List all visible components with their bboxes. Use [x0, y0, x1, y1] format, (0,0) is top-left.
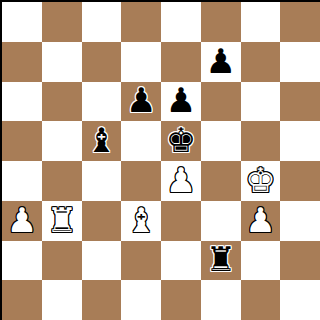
black-pawn-icon[interactable]: ♟: [205, 44, 235, 78]
square-b3[interactable]: ♜: [42, 201, 82, 241]
square-a3[interactable]: ♟: [2, 201, 42, 241]
square-h5[interactable]: [280, 121, 320, 161]
square-d4[interactable]: [121, 161, 161, 201]
square-c5[interactable]: ♝: [82, 121, 122, 161]
square-c2[interactable]: [82, 241, 122, 281]
square-b1[interactable]: [42, 280, 82, 320]
square-f4[interactable]: [201, 161, 241, 201]
square-d5[interactable]: [121, 121, 161, 161]
square-b6[interactable]: [42, 82, 82, 122]
chessboard-frame: ♟♟♟♝♚♟♚♟♜♝♟♜: [0, 0, 320, 320]
square-c8[interactable]: [82, 2, 122, 42]
square-c3[interactable]: [82, 201, 122, 241]
white-pawn-icon[interactable]: ♟: [166, 163, 196, 197]
black-pawn-icon[interactable]: ♟: [126, 83, 156, 117]
square-f2[interactable]: ♜: [201, 241, 241, 281]
square-c6[interactable]: [82, 82, 122, 122]
square-g1[interactable]: [241, 280, 281, 320]
square-d1[interactable]: [121, 280, 161, 320]
square-f6[interactable]: [201, 82, 241, 122]
square-a4[interactable]: [2, 161, 42, 201]
square-g6[interactable]: [241, 82, 281, 122]
square-g3[interactable]: ♟: [241, 201, 281, 241]
square-c7[interactable]: [82, 42, 122, 82]
square-d2[interactable]: [121, 241, 161, 281]
square-g5[interactable]: [241, 121, 281, 161]
black-king-icon[interactable]: ♚: [166, 123, 196, 157]
square-h7[interactable]: [280, 42, 320, 82]
square-b5[interactable]: [42, 121, 82, 161]
square-b4[interactable]: [42, 161, 82, 201]
chess-board: ♟♟♟♝♚♟♚♟♜♝♟♜: [0, 0, 320, 320]
square-f8[interactable]: [201, 2, 241, 42]
square-e4[interactable]: ♟: [161, 161, 201, 201]
square-e7[interactable]: [161, 42, 201, 82]
square-h6[interactable]: [280, 82, 320, 122]
square-a7[interactable]: [2, 42, 42, 82]
square-a6[interactable]: [2, 82, 42, 122]
square-e3[interactable]: [161, 201, 201, 241]
white-pawn-icon[interactable]: ♟: [245, 203, 275, 237]
square-d8[interactable]: [121, 2, 161, 42]
square-f1[interactable]: [201, 280, 241, 320]
square-h2[interactable]: [280, 241, 320, 281]
square-c4[interactable]: [82, 161, 122, 201]
square-f5[interactable]: [201, 121, 241, 161]
square-b8[interactable]: [42, 2, 82, 42]
square-g7[interactable]: [241, 42, 281, 82]
square-f7[interactable]: ♟: [201, 42, 241, 82]
square-h4[interactable]: [280, 161, 320, 201]
square-e5[interactable]: ♚: [161, 121, 201, 161]
white-rook-icon[interactable]: ♜: [46, 203, 76, 237]
square-d3[interactable]: ♝: [121, 201, 161, 241]
square-f3[interactable]: [201, 201, 241, 241]
square-g8[interactable]: [241, 2, 281, 42]
white-king-icon[interactable]: ♚: [245, 163, 275, 197]
square-b7[interactable]: [42, 42, 82, 82]
black-pawn-icon[interactable]: ♟: [166, 83, 196, 117]
square-d6[interactable]: ♟: [121, 82, 161, 122]
square-h8[interactable]: [280, 2, 320, 42]
square-a1[interactable]: [2, 280, 42, 320]
square-b2[interactable]: [42, 241, 82, 281]
white-pawn-icon[interactable]: ♟: [7, 203, 37, 237]
square-a2[interactable]: [2, 241, 42, 281]
square-d7[interactable]: [121, 42, 161, 82]
black-rook-icon[interactable]: ♜: [205, 242, 235, 276]
square-g2[interactable]: [241, 241, 281, 281]
square-a8[interactable]: [2, 2, 42, 42]
square-e1[interactable]: [161, 280, 201, 320]
square-h3[interactable]: [280, 201, 320, 241]
white-bishop-icon[interactable]: ♝: [126, 203, 156, 237]
square-a5[interactable]: [2, 121, 42, 161]
square-e8[interactable]: [161, 2, 201, 42]
square-e2[interactable]: [161, 241, 201, 281]
black-bishop-icon[interactable]: ♝: [86, 123, 116, 157]
square-c1[interactable]: [82, 280, 122, 320]
square-g4[interactable]: ♚: [241, 161, 281, 201]
square-e6[interactable]: ♟: [161, 82, 201, 122]
square-h1[interactable]: [280, 280, 320, 320]
